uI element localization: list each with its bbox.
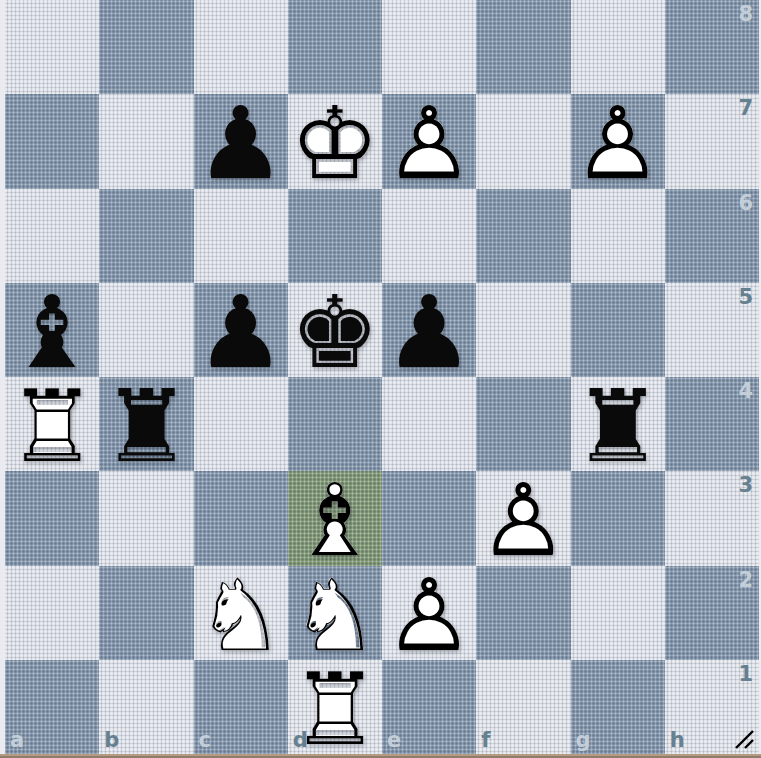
square-h3[interactable]: 3 bbox=[665, 471, 759, 565]
square-e8[interactable] bbox=[382, 0, 476, 94]
square-g7[interactable]: ♟♙ bbox=[571, 94, 665, 188]
square-a2[interactable] bbox=[5, 566, 99, 660]
square-c1[interactable]: c bbox=[194, 660, 288, 754]
square-d6[interactable] bbox=[288, 189, 382, 283]
square-e2[interactable]: ♟♙ bbox=[382, 566, 476, 660]
square-e1[interactable]: e bbox=[382, 660, 476, 754]
piece-glyph: ♟ bbox=[384, 283, 474, 383]
square-h8[interactable]: 8 bbox=[665, 0, 759, 94]
square-b8[interactable] bbox=[99, 0, 193, 94]
square-f8[interactable] bbox=[476, 0, 570, 94]
piece-glyph: ♚ bbox=[290, 283, 380, 383]
square-a4[interactable]: ♜♖ bbox=[5, 377, 99, 471]
rank-label-2: 2 bbox=[738, 570, 753, 591]
board-bottom-edge bbox=[0, 754, 761, 758]
square-e6[interactable] bbox=[382, 189, 476, 283]
square-d4[interactable] bbox=[288, 377, 382, 471]
square-b5[interactable] bbox=[99, 283, 193, 377]
piece-outline-glyph: ♖ bbox=[290, 660, 380, 758]
square-g6[interactable] bbox=[571, 189, 665, 283]
square-b3[interactable] bbox=[99, 471, 193, 565]
rank-label-7: 7 bbox=[738, 98, 753, 119]
white-bishop[interactable]: ♝♗ bbox=[288, 471, 382, 565]
square-a6[interactable] bbox=[5, 189, 99, 283]
black-pawn[interactable]: ♟ bbox=[194, 283, 288, 377]
black-pawn[interactable]: ♟ bbox=[194, 94, 288, 188]
square-b7[interactable] bbox=[99, 94, 193, 188]
square-d5[interactable]: ♚ bbox=[288, 283, 382, 377]
square-d7[interactable]: ♚♔ bbox=[288, 94, 382, 188]
square-g1[interactable]: g bbox=[571, 660, 665, 754]
square-d2[interactable]: ♞♘ bbox=[288, 566, 382, 660]
rank-label-4: 4 bbox=[738, 381, 753, 402]
black-rook[interactable]: ♜ bbox=[571, 377, 665, 471]
square-b6[interactable] bbox=[99, 189, 193, 283]
piece-glyph: ♟ bbox=[196, 283, 286, 383]
file-label-e: e bbox=[387, 730, 401, 751]
square-e7[interactable]: ♟♙ bbox=[382, 94, 476, 188]
piece-outline-glyph: ♖ bbox=[7, 377, 97, 477]
piece-outline-glyph: ♔ bbox=[290, 94, 380, 194]
square-c7[interactable]: ♟ bbox=[194, 94, 288, 188]
black-pawn[interactable]: ♟ bbox=[382, 283, 476, 377]
black-rook[interactable]: ♜ bbox=[99, 377, 193, 471]
white-rook[interactable]: ♜♖ bbox=[5, 377, 99, 471]
rank-label-1: 1 bbox=[738, 664, 753, 685]
square-c4[interactable] bbox=[194, 377, 288, 471]
square-a3[interactable] bbox=[5, 471, 99, 565]
square-b1[interactable]: b bbox=[99, 660, 193, 754]
piece-outline-glyph: ♙ bbox=[384, 94, 474, 194]
rank-label-8: 8 bbox=[738, 4, 753, 25]
white-king[interactable]: ♚♔ bbox=[288, 94, 382, 188]
file-label-g: g bbox=[576, 730, 591, 751]
white-knight[interactable]: ♞♘ bbox=[288, 566, 382, 660]
square-c2[interactable]: ♞♘ bbox=[194, 566, 288, 660]
square-c6[interactable] bbox=[194, 189, 288, 283]
file-label-h: h bbox=[670, 730, 685, 751]
square-g8[interactable] bbox=[571, 0, 665, 94]
square-a5[interactable]: ♝ bbox=[5, 283, 99, 377]
chess-board: 8♟♚♔♟♙♟♙76♝♟♚♟5♜♖♜♜4♝♗♟♙3♞♘♞♘♟♙2abcd♜♖ef… bbox=[5, 0, 759, 754]
square-h2[interactable]: 2 bbox=[665, 566, 759, 660]
square-c8[interactable] bbox=[194, 0, 288, 94]
rank-label-5: 5 bbox=[738, 287, 753, 308]
black-king[interactable]: ♚ bbox=[288, 283, 382, 377]
square-g2[interactable] bbox=[571, 566, 665, 660]
square-f6[interactable] bbox=[476, 189, 570, 283]
square-h7[interactable]: 7 bbox=[665, 94, 759, 188]
square-d3[interactable]: ♝♗ bbox=[288, 471, 382, 565]
resize-handle-icon[interactable] bbox=[733, 728, 755, 750]
white-pawn[interactable]: ♟♙ bbox=[382, 566, 476, 660]
square-e4[interactable] bbox=[382, 377, 476, 471]
square-a7[interactable] bbox=[5, 94, 99, 188]
square-g3[interactable] bbox=[571, 471, 665, 565]
piece-glyph: ♜ bbox=[573, 377, 663, 477]
square-f1[interactable]: f bbox=[476, 660, 570, 754]
square-f3[interactable]: ♟♙ bbox=[476, 471, 570, 565]
white-pawn[interactable]: ♟♙ bbox=[476, 471, 570, 565]
square-h5[interactable]: 5 bbox=[665, 283, 759, 377]
rank-label-6: 6 bbox=[738, 193, 753, 214]
piece-outline-glyph: ♙ bbox=[384, 566, 474, 666]
file-label-c: c bbox=[199, 730, 211, 751]
black-bishop[interactable]: ♝ bbox=[5, 283, 99, 377]
square-a8[interactable] bbox=[5, 0, 99, 94]
square-h6[interactable]: 6 bbox=[665, 189, 759, 283]
square-f2[interactable] bbox=[476, 566, 570, 660]
square-e5[interactable]: ♟ bbox=[382, 283, 476, 377]
file-label-f: f bbox=[481, 730, 490, 751]
square-f4[interactable] bbox=[476, 377, 570, 471]
white-pawn[interactable]: ♟♙ bbox=[571, 94, 665, 188]
square-h4[interactable]: 4 bbox=[665, 377, 759, 471]
square-c5[interactable]: ♟ bbox=[194, 283, 288, 377]
piece-outline-glyph: ♙ bbox=[573, 94, 663, 194]
square-a1[interactable]: a bbox=[5, 660, 99, 754]
piece-glyph: ♜ bbox=[102, 377, 192, 477]
square-f5[interactable] bbox=[476, 283, 570, 377]
piece-glyph: ♟ bbox=[196, 94, 286, 194]
square-d1[interactable]: d♜♖ bbox=[288, 660, 382, 754]
piece-outline-glyph: ♙ bbox=[479, 471, 569, 571]
square-b2[interactable] bbox=[99, 566, 193, 660]
square-b4[interactable]: ♜ bbox=[99, 377, 193, 471]
square-f7[interactable] bbox=[476, 94, 570, 188]
white-knight[interactable]: ♞♘ bbox=[194, 566, 288, 660]
file-label-b: b bbox=[104, 730, 119, 751]
board-frame: 8♟♚♔♟♙♟♙76♝♟♚♟5♜♖♜♜4♝♗♟♙3♞♘♞♘♟♙2abcd♜♖ef… bbox=[0, 0, 761, 758]
square-g5[interactable] bbox=[571, 283, 665, 377]
white-pawn[interactable]: ♟♙ bbox=[382, 94, 476, 188]
square-c3[interactable] bbox=[194, 471, 288, 565]
square-e3[interactable] bbox=[382, 471, 476, 565]
white-rook[interactable]: ♜♖ bbox=[288, 660, 382, 754]
square-d8[interactable] bbox=[288, 0, 382, 94]
piece-outline-glyph: ♘ bbox=[196, 566, 286, 666]
square-g4[interactable]: ♜ bbox=[571, 377, 665, 471]
file-label-a: a bbox=[10, 730, 24, 751]
rank-label-3: 3 bbox=[738, 475, 753, 496]
